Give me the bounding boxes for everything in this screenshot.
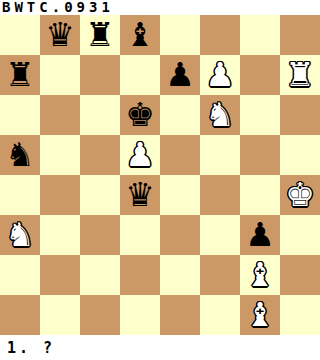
square-d1[interactable] (120, 295, 160, 335)
chess-board: ♛♜♝♜♟♟♜♚♞♞♟♛♚♞♟♝♝ (0, 15, 320, 335)
square-b8[interactable]: ♛ (40, 15, 80, 55)
puzzle-id-label: BWTC.0931 (0, 0, 320, 15)
square-b4[interactable] (40, 175, 80, 215)
square-f6[interactable]: ♞ (200, 95, 240, 135)
white-bishop[interactable]: ♝ (245, 295, 275, 335)
square-b6[interactable] (40, 95, 80, 135)
square-a4[interactable] (0, 175, 40, 215)
square-f1[interactable] (200, 295, 240, 335)
square-g3[interactable]: ♟ (240, 215, 280, 255)
move-prompt: 1. ? (0, 335, 320, 360)
square-d2[interactable] (120, 255, 160, 295)
black-knight[interactable]: ♞ (5, 135, 35, 175)
square-f2[interactable] (200, 255, 240, 295)
square-d7[interactable] (120, 55, 160, 95)
black-queen[interactable]: ♛ (45, 15, 75, 55)
square-a7[interactable]: ♜ (0, 55, 40, 95)
square-e8[interactable] (160, 15, 200, 55)
square-b1[interactable] (40, 295, 80, 335)
square-e1[interactable] (160, 295, 200, 335)
white-pawn[interactable]: ♟ (205, 55, 235, 95)
square-a3[interactable]: ♞ (0, 215, 40, 255)
black-king[interactable]: ♚ (125, 95, 155, 135)
square-g2[interactable]: ♝ (240, 255, 280, 295)
white-pawn[interactable]: ♟ (125, 135, 155, 175)
white-knight[interactable]: ♞ (5, 215, 35, 255)
black-queen[interactable]: ♛ (125, 175, 155, 215)
white-rook[interactable]: ♜ (285, 55, 315, 95)
black-pawn[interactable]: ♟ (245, 215, 275, 255)
square-e6[interactable] (160, 95, 200, 135)
square-f7[interactable]: ♟ (200, 55, 240, 95)
square-g1[interactable]: ♝ (240, 295, 280, 335)
square-e4[interactable] (160, 175, 200, 215)
square-g4[interactable] (240, 175, 280, 215)
square-c1[interactable] (80, 295, 120, 335)
white-knight[interactable]: ♞ (205, 95, 235, 135)
square-d8[interactable]: ♝ (120, 15, 160, 55)
square-b3[interactable] (40, 215, 80, 255)
square-c3[interactable] (80, 215, 120, 255)
square-g7[interactable] (240, 55, 280, 95)
square-a2[interactable] (0, 255, 40, 295)
square-c8[interactable]: ♜ (80, 15, 120, 55)
black-bishop[interactable]: ♝ (125, 15, 155, 55)
square-g5[interactable] (240, 135, 280, 175)
square-c7[interactable] (80, 55, 120, 95)
square-h2[interactable] (280, 255, 320, 295)
square-b7[interactable] (40, 55, 80, 95)
square-d5[interactable]: ♟ (120, 135, 160, 175)
black-rook[interactable]: ♜ (85, 15, 115, 55)
black-rook[interactable]: ♜ (5, 55, 35, 95)
white-king[interactable]: ♚ (285, 175, 315, 215)
square-f4[interactable] (200, 175, 240, 215)
square-e2[interactable] (160, 255, 200, 295)
square-d6[interactable]: ♚ (120, 95, 160, 135)
square-b2[interactable] (40, 255, 80, 295)
square-e3[interactable] (160, 215, 200, 255)
square-g6[interactable] (240, 95, 280, 135)
square-c5[interactable] (80, 135, 120, 175)
square-h6[interactable] (280, 95, 320, 135)
square-a5[interactable]: ♞ (0, 135, 40, 175)
square-e5[interactable] (160, 135, 200, 175)
square-c4[interactable] (80, 175, 120, 215)
square-h1[interactable] (280, 295, 320, 335)
square-e7[interactable]: ♟ (160, 55, 200, 95)
square-g8[interactable] (240, 15, 280, 55)
square-c2[interactable] (80, 255, 120, 295)
square-a8[interactable] (0, 15, 40, 55)
square-h5[interactable] (280, 135, 320, 175)
white-bishop[interactable]: ♝ (245, 255, 275, 295)
square-h3[interactable] (280, 215, 320, 255)
square-d3[interactable] (120, 215, 160, 255)
square-b5[interactable] (40, 135, 80, 175)
square-h7[interactable]: ♜ (280, 55, 320, 95)
square-a6[interactable] (0, 95, 40, 135)
square-f5[interactable] (200, 135, 240, 175)
square-d4[interactable]: ♛ (120, 175, 160, 215)
square-h8[interactable] (280, 15, 320, 55)
square-c6[interactable] (80, 95, 120, 135)
black-pawn[interactable]: ♟ (165, 55, 195, 95)
square-a1[interactable] (0, 295, 40, 335)
square-h4[interactable]: ♚ (280, 175, 320, 215)
square-f3[interactable] (200, 215, 240, 255)
square-f8[interactable] (200, 15, 240, 55)
